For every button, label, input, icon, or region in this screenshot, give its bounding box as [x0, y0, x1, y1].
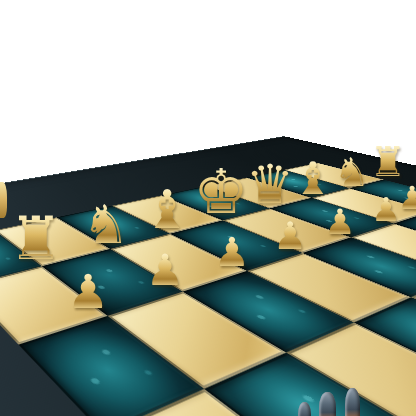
gold-rook-h8[interactable]: ♜: [9, 208, 63, 268]
gold-bishop-c8[interactable]: ♝: [293, 156, 333, 201]
gold-pawn-c7[interactable]: ♟: [371, 193, 401, 226]
gold-king-e8[interactable]: ♚: [193, 161, 249, 223]
gold-pawn-e7[interactable]: ♟: [273, 217, 307, 255]
gold-pawn-f7[interactable]: ♟: [214, 232, 250, 272]
gold-knight-g8[interactable]: ♞: [82, 198, 130, 251]
gold-rook-a8[interactable]: ♜: [370, 142, 407, 183]
cropped-piece-left-edge: [0, 182, 7, 218]
chess-set-photo: ♜♞♝♚♛♝♞♜♟♟♟♟♟♟♟: [0, 0, 416, 416]
near-army-piece-tip-1[interactable]: [298, 402, 311, 416]
gold-pawn-b7[interactable]: ♟: [398, 182, 416, 214]
gold-bishop-f8[interactable]: ♝: [143, 183, 191, 236]
gold-queen-d8[interactable]: ♛: [246, 158, 294, 212]
gold-pawn-g7[interactable]: ♟: [146, 249, 185, 292]
near-army-piece-tip-3[interactable]: [345, 388, 360, 416]
near-army-piece-tip-2[interactable]: [319, 392, 336, 416]
gold-pawn-h7[interactable]: ♟: [67, 268, 109, 315]
gold-knight-b8[interactable]: ♞: [334, 152, 370, 192]
gold-pawn-d7[interactable]: ♟: [324, 205, 355, 240]
